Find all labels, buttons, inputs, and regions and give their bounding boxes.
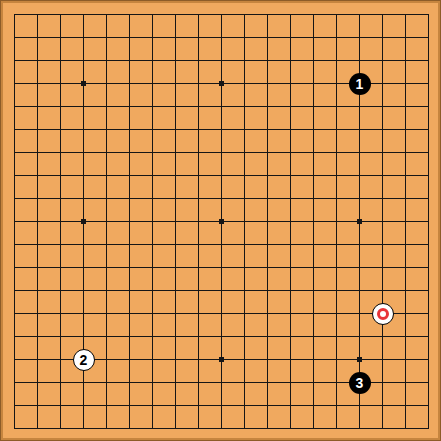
black-stone-1[interactable]: 1 [349,73,371,95]
star-point [81,219,86,224]
star-point [357,219,362,224]
star-point [219,81,224,86]
star-point [219,219,224,224]
circle-marker-icon [377,308,389,320]
white-stone-circle[interactable] [372,303,394,325]
star-point [81,81,86,86]
move-number-label: 2 [80,353,88,367]
star-point [357,357,362,362]
go-board[interactable]: 123 [0,0,441,441]
move-number-label: 3 [356,376,364,390]
move-number-label: 1 [356,77,364,91]
white-stone-2[interactable]: 2 [73,349,95,371]
star-point [219,357,224,362]
black-stone-3[interactable]: 3 [349,372,371,394]
